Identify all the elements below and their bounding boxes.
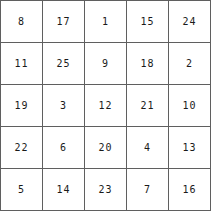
grid-cell[interactable]: 23 [85, 169, 126, 210]
grid-cell[interactable]: 3 [43, 85, 84, 126]
grid-cell[interactable]: 18 [127, 43, 168, 84]
grid-cell[interactable]: 21 [127, 85, 168, 126]
grid-cell[interactable]: 8 [1, 1, 42, 42]
grid-cell[interactable]: 5 [1, 169, 42, 210]
grid-cell[interactable]: 10 [169, 85, 210, 126]
grid-cell[interactable]: 15 [127, 1, 168, 42]
grid-cell[interactable]: 13 [169, 127, 210, 168]
grid-cell[interactable]: 12 [85, 85, 126, 126]
grid-cell[interactable]: 16 [169, 169, 210, 210]
grid-cell[interactable]: 6 [43, 127, 84, 168]
grid-cell[interactable]: 22 [1, 127, 42, 168]
grid-cell[interactable]: 9 [85, 43, 126, 84]
grid-cell[interactable]: 7 [127, 169, 168, 210]
grid-cell[interactable]: 4 [127, 127, 168, 168]
grid-cell[interactable]: 17 [43, 1, 84, 42]
grid-cell[interactable]: 24 [169, 1, 210, 42]
grid-cell[interactable]: 25 [43, 43, 84, 84]
grid-cell[interactable]: 2 [169, 43, 210, 84]
grid-cell[interactable]: 19 [1, 85, 42, 126]
grid-cell[interactable]: 14 [43, 169, 84, 210]
grid-cell[interactable]: 11 [1, 43, 42, 84]
grid-cell[interactable]: 1 [85, 1, 126, 42]
grid-cell[interactable]: 20 [85, 127, 126, 168]
number-grid: 8171152411259182193122110226204135142371… [0, 0, 211, 211]
